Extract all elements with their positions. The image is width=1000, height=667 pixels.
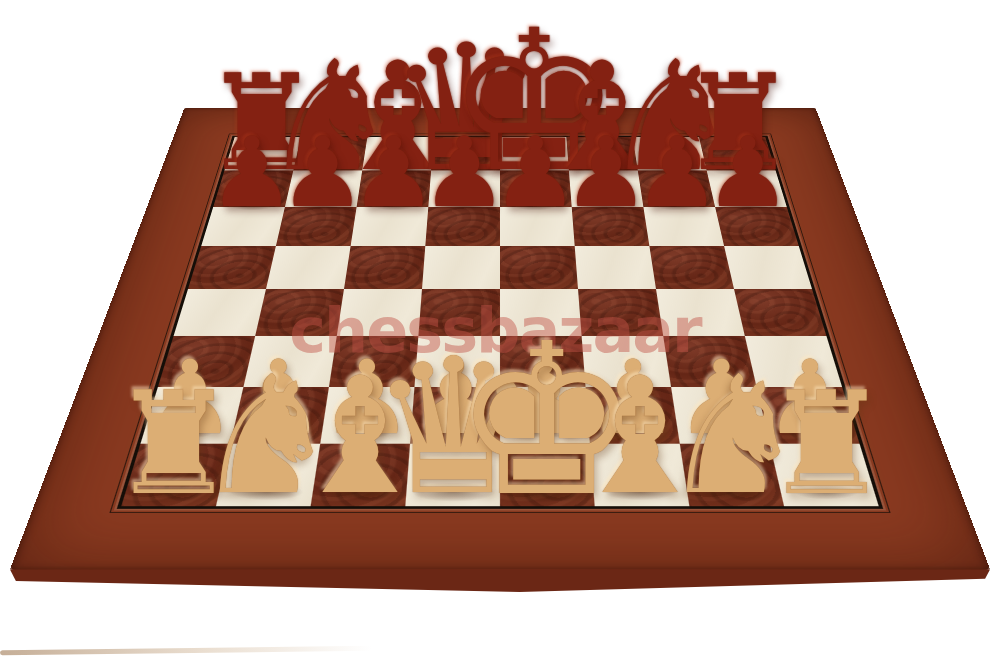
- piece-white-rook-h1: ♜: [755, 373, 897, 515]
- chess-product-photo: chessbazaar ♜♞♝♛♚♝♞♜♟♟♟♟♟♟♟♟♟♟♟♟♟♟♟♟♜♞♝♛…: [0, 0, 1000, 667]
- piece-red-pawn-h7: ♟: [700, 124, 797, 221]
- pieces-layer: ♜♞♝♛♚♝♞♜♟♟♟♟♟♟♟♟♟♟♟♟♟♟♟♟♜♞♝♛♚♝♞♜: [0, 0, 1000, 667]
